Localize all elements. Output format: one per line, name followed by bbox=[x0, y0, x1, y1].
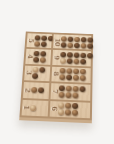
peg-row bbox=[32, 67, 45, 73]
cell-7[interactable]: 7 bbox=[50, 82, 92, 101]
peg-row bbox=[32, 74, 38, 80]
peg-medium[interactable] bbox=[80, 76, 86, 82]
peg-medium[interactable] bbox=[59, 75, 65, 81]
numeral-2: 2 bbox=[24, 86, 31, 94]
peg-medium[interactable] bbox=[72, 110, 78, 116]
peg-dark[interactable] bbox=[59, 85, 65, 91]
peg-medium[interactable] bbox=[60, 68, 66, 74]
peg-medium[interactable] bbox=[73, 75, 79, 81]
photo-scene: 51049382716 bbox=[0, 0, 114, 144]
peg-medium[interactable] bbox=[67, 69, 73, 75]
peg-dark[interactable] bbox=[41, 41, 47, 46]
peg-medium[interactable] bbox=[59, 92, 65, 98]
peg-medium[interactable] bbox=[40, 57, 46, 63]
peg-dark[interactable] bbox=[87, 43, 93, 48]
numeral-7: 7 bbox=[51, 87, 58, 95]
peg-dark[interactable] bbox=[81, 53, 87, 59]
peg-light[interactable] bbox=[30, 105, 36, 111]
peg-light[interactable] bbox=[58, 109, 64, 115]
numeral-1: 1 bbox=[22, 104, 30, 112]
peg-row bbox=[31, 87, 44, 93]
peg-row bbox=[58, 109, 78, 116]
peg-dark[interactable] bbox=[81, 37, 87, 42]
cell-9[interactable]: 9 bbox=[51, 49, 92, 67]
peg-medium[interactable] bbox=[74, 37, 80, 42]
peg-dark[interactable] bbox=[40, 51, 46, 57]
peg-row bbox=[59, 85, 86, 92]
peg-light[interactable] bbox=[60, 58, 66, 64]
cell-6[interactable]: 6 bbox=[49, 100, 91, 120]
peg-area-3 bbox=[32, 67, 49, 80]
peg-medium[interactable] bbox=[66, 86, 72, 92]
peg-row bbox=[34, 41, 47, 47]
peg-medium[interactable] bbox=[74, 59, 80, 65]
numeral-4: 4 bbox=[26, 53, 33, 60]
peg-row bbox=[58, 103, 78, 110]
cell-3[interactable]: 3 bbox=[23, 65, 51, 83]
peg-row bbox=[30, 105, 36, 111]
numeral-5: 5 bbox=[27, 37, 34, 44]
cell-8[interactable]: 8 bbox=[51, 66, 92, 84]
cell-1[interactable]: 1 bbox=[20, 99, 49, 118]
peg-dark[interactable] bbox=[67, 52, 73, 58]
peg-area-7 bbox=[59, 85, 90, 99]
peg-dark[interactable] bbox=[34, 51, 40, 57]
numeral-8: 8 bbox=[52, 70, 59, 78]
peg-area-8 bbox=[59, 68, 89, 81]
peg-row bbox=[60, 58, 86, 64]
peg-row bbox=[35, 35, 54, 41]
peg-area-2 bbox=[31, 87, 48, 93]
peg-dark[interactable] bbox=[39, 68, 45, 74]
peg-medium[interactable] bbox=[73, 92, 79, 98]
peg-dark[interactable] bbox=[38, 88, 44, 94]
peg-dark[interactable] bbox=[35, 35, 41, 40]
peg-dark[interactable] bbox=[74, 53, 80, 59]
peg-medium[interactable] bbox=[66, 92, 72, 98]
peg-light[interactable] bbox=[32, 67, 38, 73]
peg-dark[interactable] bbox=[87, 53, 93, 59]
peg-row bbox=[59, 92, 79, 99]
peg-medium[interactable] bbox=[65, 110, 71, 116]
peg-area-5 bbox=[34, 35, 51, 47]
peg-dark[interactable] bbox=[61, 42, 67, 47]
peg-area-1 bbox=[30, 105, 47, 112]
peg-dark[interactable] bbox=[41, 35, 47, 40]
peg-medium[interactable] bbox=[73, 69, 79, 75]
peg-dark[interactable] bbox=[74, 43, 80, 48]
peg-medium[interactable] bbox=[80, 69, 86, 75]
peg-medium[interactable] bbox=[73, 86, 79, 92]
numeral-3: 3 bbox=[25, 69, 32, 77]
peg-medium[interactable] bbox=[61, 36, 67, 41]
cell-5[interactable]: 5 bbox=[26, 32, 54, 49]
peg-dark[interactable] bbox=[80, 59, 86, 65]
peg-dark[interactable] bbox=[32, 74, 38, 80]
board-wrap: 51049382716 bbox=[20, 25, 92, 119]
peg-dark[interactable] bbox=[72, 103, 78, 109]
peg-dark[interactable] bbox=[67, 58, 73, 64]
peg-dark[interactable] bbox=[66, 75, 72, 81]
peg-row bbox=[33, 57, 46, 63]
cell-2[interactable]: 2 bbox=[22, 81, 51, 99]
peg-dark[interactable] bbox=[88, 37, 94, 42]
peg-area-4 bbox=[33, 51, 50, 63]
peg-row bbox=[61, 42, 93, 49]
peg-dark[interactable] bbox=[68, 36, 74, 41]
numeral-6: 6 bbox=[51, 105, 58, 113]
peg-area-6 bbox=[58, 103, 89, 117]
peg-dark[interactable] bbox=[80, 86, 86, 92]
peg-dark[interactable] bbox=[33, 57, 39, 63]
counting-board: 51049382716 bbox=[19, 31, 93, 120]
peg-row bbox=[34, 51, 47, 57]
numeral-10: 10 bbox=[54, 38, 61, 45]
peg-medium[interactable] bbox=[34, 41, 40, 46]
peg-medium[interactable] bbox=[68, 42, 74, 47]
peg-medium[interactable] bbox=[31, 87, 37, 93]
cell-10[interactable]: 10 bbox=[52, 33, 92, 50]
peg-area-9 bbox=[60, 52, 90, 65]
peg-dark[interactable] bbox=[60, 52, 66, 58]
peg-row bbox=[59, 75, 85, 82]
peg-medium[interactable] bbox=[81, 43, 87, 48]
peg-medium[interactable] bbox=[65, 103, 71, 109]
numeral-9: 9 bbox=[53, 54, 60, 61]
peg-area-10 bbox=[61, 36, 90, 48]
cell-4[interactable]: 4 bbox=[24, 48, 52, 65]
peg-light[interactable] bbox=[58, 103, 64, 109]
